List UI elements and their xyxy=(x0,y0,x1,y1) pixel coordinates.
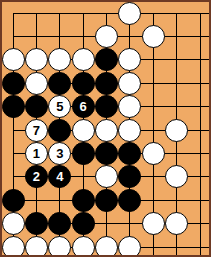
black-stone xyxy=(118,189,141,212)
white-stone xyxy=(118,95,141,118)
black-stone xyxy=(48,119,71,142)
white-stone xyxy=(118,2,141,25)
white-stone xyxy=(118,236,141,256)
move-7-white-stone: 7 xyxy=(25,119,48,142)
white-stone xyxy=(2,236,25,256)
white-stone xyxy=(72,236,95,256)
black-stone xyxy=(48,212,71,235)
grid-vline xyxy=(200,13,201,255)
go-board: 5671324 xyxy=(2,2,209,255)
black-stone xyxy=(72,189,95,212)
black-stone xyxy=(2,95,25,118)
white-stone xyxy=(25,48,48,71)
black-stone xyxy=(72,142,95,165)
white-stone xyxy=(142,142,165,165)
black-stone xyxy=(95,189,118,212)
white-stone xyxy=(165,212,188,235)
move-2-black-stone: 2 xyxy=(25,165,48,188)
move-4-black-stone: 4 xyxy=(48,165,71,188)
move-5-white-stone: 5 xyxy=(48,95,71,118)
white-stone xyxy=(95,25,118,48)
go-diagram: 5671324 xyxy=(0,0,211,257)
black-stone xyxy=(95,142,118,165)
white-stone xyxy=(165,119,188,142)
white-stone xyxy=(48,48,71,71)
black-stone xyxy=(72,72,95,95)
black-stone xyxy=(25,95,48,118)
black-stone xyxy=(118,165,141,188)
white-stone xyxy=(95,165,118,188)
white-stone xyxy=(25,72,48,95)
black-stone xyxy=(72,212,95,235)
move-1-white-stone: 1 xyxy=(25,142,48,165)
white-stone xyxy=(72,119,95,142)
black-stone xyxy=(95,95,118,118)
white-stone xyxy=(2,212,25,235)
white-stone xyxy=(95,236,118,256)
black-stone xyxy=(2,72,25,95)
black-stone xyxy=(48,72,71,95)
black-stone xyxy=(2,189,25,212)
white-stone xyxy=(118,48,141,71)
white-stone xyxy=(25,236,48,256)
grid-hline xyxy=(13,13,209,14)
white-stone xyxy=(165,165,188,188)
white-stone xyxy=(142,212,165,235)
white-stone xyxy=(2,48,25,71)
white-stone xyxy=(48,236,71,256)
white-stone xyxy=(142,25,165,48)
black-stone xyxy=(95,48,118,71)
black-stone xyxy=(95,72,118,95)
white-stone xyxy=(118,72,141,95)
black-stone xyxy=(118,142,141,165)
white-stone xyxy=(95,119,118,142)
white-stone xyxy=(72,48,95,71)
move-3-white-stone: 3 xyxy=(48,142,71,165)
white-stone xyxy=(118,119,141,142)
move-6-black-stone: 6 xyxy=(72,95,95,118)
black-stone xyxy=(25,212,48,235)
